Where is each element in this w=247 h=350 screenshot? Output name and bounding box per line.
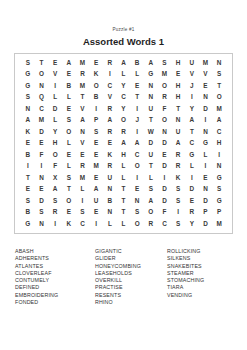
grid-cell: S (76, 207, 90, 219)
grid-cell: I (89, 103, 103, 115)
grid-cell: T (117, 207, 131, 219)
grid-cell: C (185, 138, 199, 150)
grid-cell: O (48, 149, 62, 161)
grid-cell: I (171, 207, 185, 219)
page-title: Assorted Words 1 (0, 36, 247, 47)
grid-cell: N (103, 184, 117, 196)
grid-cell: B (130, 57, 144, 69)
grid-cell: B (89, 92, 103, 104)
grid-cell: M (212, 103, 226, 115)
grid-cell: I (48, 80, 62, 92)
grid-cell: N (144, 80, 158, 92)
grid-cell: S (62, 172, 76, 184)
grid-cell: R (103, 57, 117, 69)
grid-cell: I (199, 161, 213, 173)
grid-cell: L (62, 161, 76, 173)
grid-cell: N (35, 172, 49, 184)
grid-cell: D (144, 138, 158, 150)
grid-cell: S (21, 92, 35, 104)
grid-cell: J (185, 80, 199, 92)
grid-cell: S (144, 184, 158, 196)
grid-cell: S (62, 115, 76, 127)
grid-cell: N (76, 126, 90, 138)
grid-cell: M (212, 218, 226, 230)
grid-cell: D (158, 195, 172, 207)
grid-cell: E (35, 184, 49, 196)
grid-cell: V (199, 69, 213, 81)
grid-cell: U (144, 149, 158, 161)
grid-cell: I (21, 161, 35, 173)
grid-cell: S (35, 207, 49, 219)
grid-cell: R (48, 207, 62, 219)
grid-cell: E (158, 149, 172, 161)
grid-cell: I (35, 161, 49, 173)
grid-cell: E (21, 138, 35, 150)
word-search-grid: STEAMERABASHUMNGOVERKILLGMEVVSGNIBMOCYEN… (21, 57, 226, 230)
grid-cell: L (103, 218, 117, 230)
grid-cell: E (185, 195, 199, 207)
grid-cell: N (199, 126, 213, 138)
grid-cell: L (62, 92, 76, 104)
grid-cell: L (117, 161, 131, 173)
grid-cell: L (62, 138, 76, 150)
grid-cell: A (171, 138, 185, 150)
grid-cell: C (130, 149, 144, 161)
grid-cell: R (103, 161, 117, 173)
grid-cell: N (35, 80, 49, 92)
grid-cell: L (144, 172, 158, 184)
grid-cell: S (171, 218, 185, 230)
grid-cell: S (48, 195, 62, 207)
grid-cell: D (199, 195, 213, 207)
grid-cell: N (158, 126, 172, 138)
word-list-column: GIGANTICGLIDERHONEYCOMBINGLEASEHOLDSOVER… (95, 248, 167, 306)
grid-cell: D (158, 161, 172, 173)
grid-cell: G (185, 149, 199, 161)
grid-cell: E (62, 103, 76, 115)
grid-cell: O (117, 115, 131, 127)
grid-cell: A (62, 57, 76, 69)
word-list-item: RHINO (95, 299, 167, 306)
grid-cell: Y (185, 218, 199, 230)
grid-cell: T (117, 195, 131, 207)
grid-cell: I (199, 115, 213, 127)
grid-cell: E (89, 207, 103, 219)
grid-cell: V (76, 138, 90, 150)
grid-cell: M (76, 80, 90, 92)
word-list-item: ROLLICKING (167, 248, 235, 255)
grid-cell: R (158, 92, 172, 104)
word-list-item: VENDING (167, 292, 235, 299)
grid-cell: D (35, 195, 49, 207)
grid-cell: S (212, 69, 226, 81)
grid-cell: S (158, 57, 172, 69)
grid-cell: N (171, 115, 185, 127)
word-list-item: DEFINED (15, 284, 95, 291)
grid-cell: S (171, 195, 185, 207)
grid-cell: E (89, 57, 103, 69)
grid-cell: O (35, 69, 49, 81)
word-list-item: SNAKEBITES (167, 263, 235, 270)
grid-cell: A (89, 184, 103, 196)
grid-cell: H (171, 92, 185, 104)
grid-cell: M (35, 115, 49, 127)
grid-cell: D (199, 103, 213, 115)
puzzle-page: Puzzle #1 Assorted Words 1 STEAMERABASHU… (0, 0, 247, 350)
grid-cell: K (62, 218, 76, 230)
grid-cell: U (185, 57, 199, 69)
grid-cell: F (35, 149, 49, 161)
grid-cell: Q (35, 92, 49, 104)
grid-cell: Y (48, 126, 62, 138)
grid-cell: T (62, 184, 76, 196)
grid-cell: T (117, 184, 131, 196)
grid-cell: N (35, 218, 49, 230)
word-list-item: HONEYCOMBING (95, 263, 167, 270)
grid-cell: H (171, 80, 185, 92)
grid-cell: L (117, 218, 131, 230)
grid-cell: V (103, 92, 117, 104)
grid-cell: N (212, 57, 226, 69)
grid-cell: A (103, 115, 117, 127)
grid-cell: E (130, 184, 144, 196)
grid-cell: G (212, 195, 226, 207)
grid-cell: R (76, 161, 90, 173)
grid-cell: O (62, 126, 76, 138)
grid-cell: E (89, 149, 103, 161)
grid-cell: O (158, 115, 172, 127)
grid-cell: V (185, 69, 199, 81)
grid-cell: Y (117, 103, 131, 115)
grid-cell: U (103, 172, 117, 184)
grid-cell: F (48, 161, 62, 173)
grid-cell: L (117, 69, 131, 81)
grid-cell: B (103, 195, 117, 207)
word-list: ABASHADHERENTSATLANTESCLOVERLEAFCONTUMEL… (15, 248, 235, 306)
grid-cell: A (144, 195, 158, 207)
grid-cell: C (35, 103, 49, 115)
grid-cell: O (130, 161, 144, 173)
grid-cell: A (21, 115, 35, 127)
grid-cell: I (212, 149, 226, 161)
grid-cell: T (212, 80, 226, 92)
grid-cell: N (103, 207, 117, 219)
grid-cell: S (171, 184, 185, 196)
grid-cell: E (171, 69, 185, 81)
word-list-item: CLOVERLEAF (15, 270, 95, 277)
grid-cell: R (103, 126, 117, 138)
grid-cell: O (212, 92, 226, 104)
grid-cell: C (212, 126, 226, 138)
grid-cell: T (76, 92, 90, 104)
grid-cell: E (130, 80, 144, 92)
word-list-item: ATLANTES (15, 263, 95, 270)
grid-cell: C (103, 80, 117, 92)
grid-cell: G (21, 69, 35, 81)
grid-cell: C (117, 92, 131, 104)
grid-cell: L (199, 149, 213, 161)
grid-cell: G (21, 80, 35, 92)
grid-cell: D (158, 138, 172, 150)
grid-cell: L (117, 172, 131, 184)
grid-cell: G (144, 69, 158, 81)
grid-cell: P (212, 207, 226, 219)
word-search-grid-box: STEAMERABASHUMNGOVERKILLGMEVVSGNIBMOCYEN… (14, 53, 233, 234)
grid-cell: Y (117, 80, 131, 92)
grid-cell: C (158, 218, 172, 230)
grid-cell: A (117, 138, 131, 150)
grid-cell: A (185, 115, 199, 127)
grid-cell: A (48, 184, 62, 196)
grid-cell: E (62, 69, 76, 81)
grid-cell: L (76, 184, 90, 196)
grid-cell: H (212, 138, 226, 150)
grid-cell: G (199, 138, 213, 150)
grid-cell: N (199, 184, 213, 196)
grid-cell: K (21, 126, 35, 138)
grid-cell: D (158, 184, 172, 196)
grid-cell: D (199, 218, 213, 230)
grid-cell: B (21, 207, 35, 219)
grid-cell: E (199, 80, 213, 92)
word-list-item: OVERKILL (95, 277, 167, 284)
grid-cell: N (199, 92, 213, 104)
grid-cell: U (171, 126, 185, 138)
grid-cell: O (144, 207, 158, 219)
grid-cell: Y (185, 103, 199, 115)
grid-cell: I (130, 103, 144, 115)
word-list-item: EMBROIDERING (15, 292, 95, 299)
grid-cell: P (89, 115, 103, 127)
word-list-item: ADHERENTS (15, 255, 95, 262)
grid-cell: A (76, 115, 90, 127)
word-list-column: ABASHADHERENTSATLANTESCLOVERLEAFCONTUMEL… (15, 248, 95, 306)
grid-cell: P (199, 207, 213, 219)
grid-cell: H (117, 149, 131, 161)
grid-cell: B (62, 80, 76, 92)
grid-cell: V (48, 69, 62, 81)
grid-cell: D (35, 126, 49, 138)
grid-cell: M (76, 57, 90, 69)
grid-cell: I (48, 218, 62, 230)
grid-cell: O (130, 218, 144, 230)
grid-cell: T (21, 172, 35, 184)
puzzle-number-label: Puzzle #1 (0, 27, 247, 32)
grid-cell: I (130, 126, 144, 138)
grid-cell: M (89, 161, 103, 173)
grid-cell: R (103, 103, 117, 115)
grid-cell: S (21, 195, 35, 207)
grid-cell: A (144, 57, 158, 69)
grid-cell: L (130, 69, 144, 81)
grid-cell: N (130, 195, 144, 207)
grid-cell: U (144, 103, 158, 115)
grid-cell: E (48, 57, 62, 69)
grid-cell: R (144, 218, 158, 230)
grid-cell: N (212, 161, 226, 173)
grid-cell: C (76, 218, 90, 230)
grid-cell: X (48, 172, 62, 184)
grid-cell: V (76, 103, 90, 115)
grid-cell: I (185, 172, 199, 184)
grid-cell: E (89, 172, 103, 184)
grid-cell: F (158, 103, 172, 115)
grid-cell: I (76, 195, 90, 207)
word-list-item: STEAMER (167, 270, 235, 277)
grid-cell: T (144, 115, 158, 127)
grid-cell: E (199, 172, 213, 184)
word-list-item: GLIDER (95, 255, 167, 262)
grid-cell: E (62, 149, 76, 161)
grid-cell: K (103, 149, 117, 161)
word-list-column: ROLLICKINGSILKENSSNAKEBITESSTEAMERSTOMAC… (167, 248, 235, 306)
grid-cell: U (89, 195, 103, 207)
grid-cell: I (158, 172, 172, 184)
grid-cell: K (171, 172, 185, 184)
grid-cell: T (130, 92, 144, 104)
grid-cell: R (171, 149, 185, 161)
grid-cell: M (76, 172, 90, 184)
grid-cell: E (89, 138, 103, 150)
grid-cell: G (21, 218, 35, 230)
grid-cell: E (76, 149, 90, 161)
grid-cell: S (212, 184, 226, 196)
grid-cell: B (21, 149, 35, 161)
grid-cell: E (62, 207, 76, 219)
grid-cell: H (48, 138, 62, 150)
grid-cell: I (103, 69, 117, 81)
grid-cell: N (144, 92, 158, 104)
grid-cell: N (21, 103, 35, 115)
grid-cell: O (158, 80, 172, 92)
word-list-item: RESENTS (95, 292, 167, 299)
grid-cell: O (62, 195, 76, 207)
grid-cell: I (89, 218, 103, 230)
grid-cell: O (89, 80, 103, 92)
grid-cell: T (185, 126, 199, 138)
word-list-item: LEASEHOLDS (95, 270, 167, 277)
grid-cell: F (158, 207, 172, 219)
grid-cell: I (185, 92, 199, 104)
grid-cell: T (35, 57, 49, 69)
grid-cell: R (117, 126, 131, 138)
grid-cell: E (35, 138, 49, 150)
grid-cell: H (171, 57, 185, 69)
grid-cell: T (144, 161, 158, 173)
grid-cell: E (21, 184, 35, 196)
word-list-item: SILKENS (167, 255, 235, 262)
word-list-item: PRACTISE (95, 284, 167, 291)
grid-cell: L (48, 115, 62, 127)
grid-cell: K (89, 69, 103, 81)
grid-cell: W (144, 126, 158, 138)
grid-cell: A (117, 57, 131, 69)
grid-cell: D (48, 103, 62, 115)
grid-cell: A (130, 138, 144, 150)
word-list-item: ABASH (15, 248, 95, 255)
grid-cell: M (199, 57, 213, 69)
grid-cell: L (185, 161, 199, 173)
grid-cell: D (185, 184, 199, 196)
word-list-item: CONTUMELY (15, 277, 95, 284)
word-list-item: FONDED (15, 299, 95, 306)
grid-cell: S (21, 57, 35, 69)
grid-cell: L (48, 92, 62, 104)
grid-cell: G (212, 172, 226, 184)
grid-cell: S (89, 126, 103, 138)
grid-cell: R (76, 69, 90, 81)
grid-cell: M (158, 69, 172, 81)
grid-cell: E (103, 138, 117, 150)
grid-cell: R (185, 207, 199, 219)
grid-cell: J (130, 115, 144, 127)
grid-cell: T (171, 103, 185, 115)
grid-cell: I (130, 172, 144, 184)
grid-cell: S (130, 207, 144, 219)
grid-cell: A (212, 115, 226, 127)
word-list-item: STOMACHING (167, 277, 235, 284)
word-list-item: TIARA (167, 284, 235, 291)
word-list-item: GIGANTIC (95, 248, 167, 255)
grid-cell: R (171, 161, 185, 173)
